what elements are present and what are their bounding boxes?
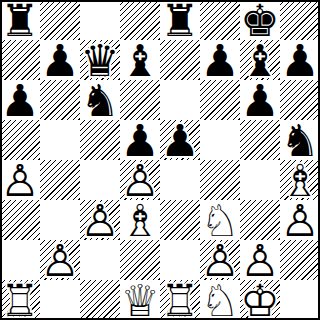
black-rook[interactable]: ♜ bbox=[0, 0, 40, 40]
square-d4[interactable]: ♟♙ bbox=[120, 160, 160, 200]
square-a5[interactable] bbox=[0, 120, 40, 160]
square-c2[interactable] bbox=[80, 240, 120, 280]
square-f8[interactable] bbox=[200, 0, 240, 40]
square-d6[interactable] bbox=[120, 80, 160, 120]
white-pawn[interactable]: ♟♙ bbox=[200, 240, 240, 280]
square-b2[interactable]: ♟♙ bbox=[40, 240, 80, 280]
black-king[interactable]: ♚ bbox=[240, 0, 280, 40]
chess-board[interactable]: ♜♜♚♟♛♝♟♝♟♟♞♟♟♟♞♟♙♟♙♝♗♟♙♝♗♞♘♟♙♟♙♟♙♟♙♜♖♛♕♜… bbox=[0, 0, 320, 320]
square-c5[interactable] bbox=[80, 120, 120, 160]
square-g3[interactable] bbox=[240, 200, 280, 240]
square-d1[interactable]: ♛♕ bbox=[120, 280, 160, 320]
square-a1[interactable]: ♜♖ bbox=[0, 280, 40, 320]
black-pawn[interactable]: ♟ bbox=[0, 80, 40, 120]
white-pawn[interactable]: ♟♙ bbox=[280, 200, 320, 240]
white-queen[interactable]: ♛♕ bbox=[120, 280, 160, 320]
square-d8[interactable] bbox=[120, 0, 160, 40]
square-a3[interactable] bbox=[0, 200, 40, 240]
square-d3[interactable]: ♝♗ bbox=[120, 200, 160, 240]
chess-diagram: ♜♜♚♟♛♝♟♝♟♟♞♟♟♟♞♟♙♟♙♝♗♟♙♝♗♞♘♟♙♟♙♟♙♟♙♜♖♛♕♜… bbox=[0, 0, 320, 320]
black-pawn[interactable]: ♟ bbox=[40, 40, 80, 80]
square-c1[interactable] bbox=[80, 280, 120, 320]
square-g7[interactable]: ♝ bbox=[240, 40, 280, 80]
square-h3[interactable]: ♟♙ bbox=[280, 200, 320, 240]
square-a2[interactable] bbox=[0, 240, 40, 280]
square-f2[interactable]: ♟♙ bbox=[200, 240, 240, 280]
white-pawn[interactable]: ♟♙ bbox=[0, 160, 40, 200]
black-pawn[interactable]: ♟ bbox=[200, 40, 240, 80]
square-e5[interactable]: ♟ bbox=[160, 120, 200, 160]
square-h4[interactable]: ♝♗ bbox=[280, 160, 320, 200]
square-g5[interactable] bbox=[240, 120, 280, 160]
square-f7[interactable]: ♟ bbox=[200, 40, 240, 80]
square-e1[interactable]: ♜♖ bbox=[160, 280, 200, 320]
square-h2[interactable] bbox=[280, 240, 320, 280]
white-knight[interactable]: ♞♘ bbox=[200, 280, 240, 320]
square-g2[interactable]: ♟♙ bbox=[240, 240, 280, 280]
square-b6[interactable] bbox=[40, 80, 80, 120]
square-f4[interactable] bbox=[200, 160, 240, 200]
square-g1[interactable]: ♚♔ bbox=[240, 280, 280, 320]
square-c4[interactable] bbox=[80, 160, 120, 200]
square-a6[interactable]: ♟ bbox=[0, 80, 40, 120]
square-h7[interactable]: ♟ bbox=[280, 40, 320, 80]
black-rook[interactable]: ♜ bbox=[160, 0, 200, 40]
black-knight[interactable]: ♞ bbox=[80, 80, 120, 120]
square-g8[interactable]: ♚ bbox=[240, 0, 280, 40]
square-e6[interactable] bbox=[160, 80, 200, 120]
black-bishop[interactable]: ♝ bbox=[120, 40, 160, 80]
square-c3[interactable]: ♟♙ bbox=[80, 200, 120, 240]
square-h8[interactable] bbox=[280, 0, 320, 40]
square-g6[interactable]: ♟ bbox=[240, 80, 280, 120]
square-e4[interactable] bbox=[160, 160, 200, 200]
square-d7[interactable]: ♝ bbox=[120, 40, 160, 80]
white-knight[interactable]: ♞♘ bbox=[200, 200, 240, 240]
square-h1[interactable] bbox=[280, 280, 320, 320]
square-e7[interactable] bbox=[160, 40, 200, 80]
white-king[interactable]: ♚♔ bbox=[240, 280, 280, 320]
black-pawn[interactable]: ♟ bbox=[280, 40, 320, 80]
square-h5[interactable]: ♞ bbox=[280, 120, 320, 160]
black-pawn[interactable]: ♟ bbox=[120, 120, 160, 160]
square-f6[interactable] bbox=[200, 80, 240, 120]
square-f5[interactable] bbox=[200, 120, 240, 160]
white-pawn[interactable]: ♟♙ bbox=[120, 160, 160, 200]
square-b4[interactable] bbox=[40, 160, 80, 200]
black-knight[interactable]: ♞ bbox=[280, 120, 320, 160]
white-pawn[interactable]: ♟♙ bbox=[40, 240, 80, 280]
square-b7[interactable]: ♟ bbox=[40, 40, 80, 80]
square-a8[interactable]: ♜ bbox=[0, 0, 40, 40]
square-f1[interactable]: ♞♘ bbox=[200, 280, 240, 320]
square-b3[interactable] bbox=[40, 200, 80, 240]
square-c7[interactable]: ♛ bbox=[80, 40, 120, 80]
square-b5[interactable] bbox=[40, 120, 80, 160]
square-c6[interactable]: ♞ bbox=[80, 80, 120, 120]
square-a4[interactable]: ♟♙ bbox=[0, 160, 40, 200]
square-b1[interactable] bbox=[40, 280, 80, 320]
square-e8[interactable]: ♜ bbox=[160, 0, 200, 40]
black-pawn[interactable]: ♟ bbox=[240, 80, 280, 120]
square-e2[interactable] bbox=[160, 240, 200, 280]
square-a7[interactable] bbox=[0, 40, 40, 80]
white-rook[interactable]: ♜♖ bbox=[0, 280, 40, 320]
white-pawn[interactable]: ♟♙ bbox=[240, 240, 280, 280]
white-bishop[interactable]: ♝♗ bbox=[120, 200, 160, 240]
square-c8[interactable] bbox=[80, 0, 120, 40]
square-e3[interactable] bbox=[160, 200, 200, 240]
black-pawn[interactable]: ♟ bbox=[160, 120, 200, 160]
square-b8[interactable] bbox=[40, 0, 80, 40]
square-f3[interactable]: ♞♘ bbox=[200, 200, 240, 240]
black-queen[interactable]: ♛ bbox=[80, 40, 120, 80]
square-d2[interactable] bbox=[120, 240, 160, 280]
white-bishop[interactable]: ♝♗ bbox=[280, 160, 320, 200]
black-bishop[interactable]: ♝ bbox=[240, 40, 280, 80]
square-d5[interactable]: ♟ bbox=[120, 120, 160, 160]
square-h6[interactable] bbox=[280, 80, 320, 120]
square-g4[interactable] bbox=[240, 160, 280, 200]
white-pawn[interactable]: ♟♙ bbox=[80, 200, 120, 240]
white-rook[interactable]: ♜♖ bbox=[160, 280, 200, 320]
